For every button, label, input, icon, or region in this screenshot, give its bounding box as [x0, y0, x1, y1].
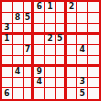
- cell-r6c6-empty[interactable]: [56, 56, 67, 67]
- cell-r8c6-empty[interactable]: [56, 78, 67, 89]
- cell-r6c7-empty[interactable]: [67, 56, 78, 67]
- cell-r7c3-empty[interactable]: [24, 67, 35, 78]
- cell-r8c3-empty[interactable]: [24, 78, 35, 89]
- cell-r7c5-empty[interactable]: [45, 67, 56, 78]
- sudoku-board: 61285312574494365: [0, 0, 101, 101]
- cell-r4c3-empty[interactable]: [24, 35, 35, 46]
- cell-r3c4-empty[interactable]: [34, 24, 45, 35]
- cell-r5c1-empty[interactable]: [2, 45, 13, 56]
- cell-r1c3-empty[interactable]: [24, 2, 35, 13]
- cell-r1c1-empty[interactable]: [2, 2, 13, 13]
- cell-r1c9-empty[interactable]: [88, 2, 99, 13]
- cell-r5c2-empty[interactable]: [13, 45, 24, 56]
- cell-r6c8-empty[interactable]: [77, 56, 88, 67]
- cell-r7c1-empty[interactable]: [2, 67, 13, 78]
- cell-r8c1-empty[interactable]: [2, 78, 13, 89]
- cell-r1c7-given[interactable]: 2: [67, 2, 78, 13]
- cell-r4c5-given[interactable]: 2: [45, 35, 56, 46]
- cell-r4c1-given[interactable]: 1: [2, 35, 13, 46]
- cell-r3c3-empty[interactable]: [24, 24, 35, 35]
- cell-r8c9-empty[interactable]: [88, 78, 99, 89]
- cell-r9c8-given[interactable]: 5: [77, 88, 88, 99]
- cell-r1c2-empty[interactable]: [13, 2, 24, 13]
- cell-r9c7-empty[interactable]: [67, 88, 78, 99]
- cell-r4c4-empty[interactable]: [34, 35, 45, 46]
- cell-r8c7-empty[interactable]: [67, 78, 78, 89]
- cell-r2c4-empty[interactable]: [34, 13, 45, 24]
- cell-r7c6-empty[interactable]: [56, 67, 67, 78]
- cell-r4c8-empty[interactable]: [77, 35, 88, 46]
- cell-r8c2-empty[interactable]: [13, 78, 24, 89]
- cell-r4c7-empty[interactable]: [67, 35, 78, 46]
- cell-r1c8-empty[interactable]: [77, 2, 88, 13]
- cell-r5c3-given[interactable]: 7: [24, 45, 35, 56]
- cell-r3c8-empty[interactable]: [77, 24, 88, 35]
- cell-r7c9-empty[interactable]: [88, 67, 99, 78]
- cell-r3c9-empty[interactable]: [88, 24, 99, 35]
- cell-r6c4-empty[interactable]: [34, 56, 45, 67]
- cell-r6c5-empty[interactable]: [45, 56, 56, 67]
- cell-r8c5-empty[interactable]: [45, 78, 56, 89]
- cell-r5c8-given[interactable]: 4: [77, 45, 88, 56]
- cell-r2c9-empty[interactable]: [88, 13, 99, 24]
- cell-r9c6-empty[interactable]: [56, 88, 67, 99]
- cell-r2c2-given[interactable]: 8: [13, 13, 24, 24]
- cell-r3c5-empty[interactable]: [45, 24, 56, 35]
- cell-r9c5-empty[interactable]: [45, 88, 56, 99]
- cell-r2c1-empty[interactable]: [2, 13, 13, 24]
- cell-r2c6-empty[interactable]: [56, 13, 67, 24]
- cell-r8c8-given[interactable]: 3: [77, 78, 88, 89]
- cell-r7c8-empty[interactable]: [77, 67, 88, 78]
- cell-r2c7-empty[interactable]: [67, 13, 78, 24]
- cell-r6c3-empty[interactable]: [24, 56, 35, 67]
- cell-r5c4-empty[interactable]: [34, 45, 45, 56]
- cell-r4c2-empty[interactable]: [13, 35, 24, 46]
- cell-r7c7-empty[interactable]: [67, 67, 78, 78]
- cell-r5c5-empty[interactable]: [45, 45, 56, 56]
- cell-r1c5-given[interactable]: 1: [45, 2, 56, 13]
- cell-r6c2-empty[interactable]: [13, 56, 24, 67]
- cell-r1c4-given[interactable]: 6: [34, 2, 45, 13]
- cell-r2c8-empty[interactable]: [77, 13, 88, 24]
- cell-r7c4-given[interactable]: 9: [34, 67, 45, 78]
- cell-r3c6-empty[interactable]: [56, 24, 67, 35]
- cell-r9c1-given[interactable]: 6: [2, 88, 13, 99]
- cell-r7c2-given[interactable]: 4: [13, 67, 24, 78]
- cell-r6c9-empty[interactable]: [88, 56, 99, 67]
- cell-r9c2-empty[interactable]: [13, 88, 24, 99]
- cell-r2c3-given[interactable]: 5: [24, 13, 35, 24]
- cell-r1c6-empty[interactable]: [56, 2, 67, 13]
- cell-r4c6-given[interactable]: 5: [56, 35, 67, 46]
- cell-r9c3-empty[interactable]: [24, 88, 35, 99]
- cell-r5c7-empty[interactable]: [67, 45, 78, 56]
- cell-r5c9-empty[interactable]: [88, 45, 99, 56]
- cell-r8c4-given[interactable]: 4: [34, 78, 45, 89]
- cell-r3c2-empty[interactable]: [13, 24, 24, 35]
- cell-r9c9-empty[interactable]: [88, 88, 99, 99]
- cell-r5c6-empty[interactable]: [56, 45, 67, 56]
- cell-r9c4-empty[interactable]: [34, 88, 45, 99]
- cell-r3c7-empty[interactable]: [67, 24, 78, 35]
- cell-r3c1-given[interactable]: 3: [2, 24, 13, 35]
- cell-r4c9-empty[interactable]: [88, 35, 99, 46]
- cell-r6c1-empty[interactable]: [2, 56, 13, 67]
- cell-r2c5-empty[interactable]: [45, 13, 56, 24]
